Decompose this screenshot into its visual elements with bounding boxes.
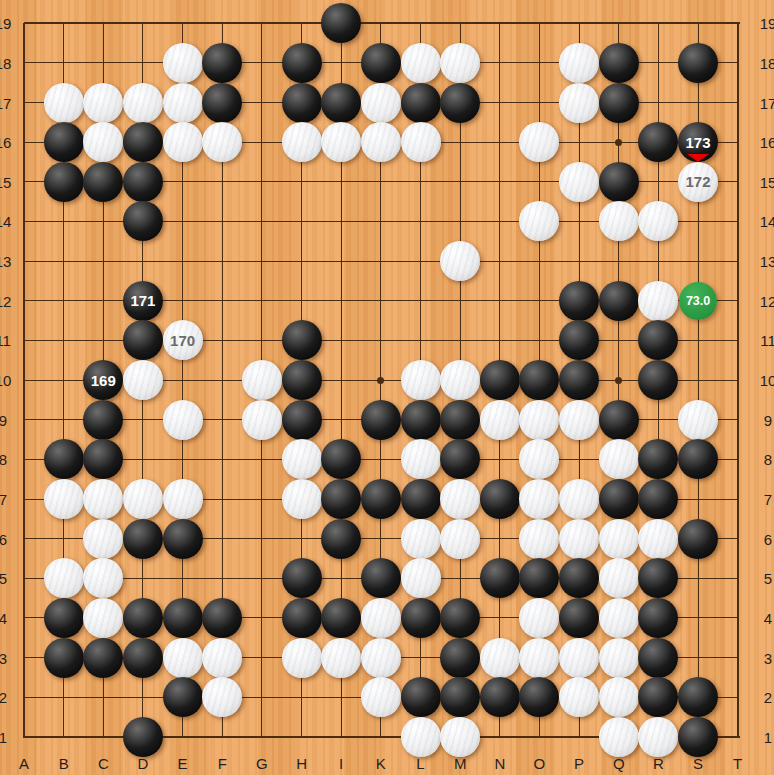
stone-I16[interactable] — [321, 122, 361, 162]
stone-M17[interactable] — [440, 83, 480, 123]
stone-D16[interactable] — [123, 122, 163, 162]
stone-M9[interactable] — [440, 400, 480, 440]
row-label-left: 11 — [0, 332, 11, 349]
row-label-right: 4 — [764, 609, 772, 626]
stone-N9[interactable] — [480, 400, 520, 440]
stone-R10[interactable] — [638, 360, 678, 400]
stone-D15[interactable] — [123, 162, 163, 202]
stone-K7[interactable] — [361, 479, 401, 519]
stone-E4[interactable] — [163, 598, 203, 638]
move-number: 172 — [686, 174, 711, 189]
stone-E16[interactable] — [163, 122, 203, 162]
stone-K16[interactable] — [361, 122, 401, 162]
stone-S8[interactable] — [678, 439, 718, 479]
stone-D17[interactable] — [123, 83, 163, 123]
row-label-left: 12 — [0, 292, 11, 309]
row-label-right: 5 — [764, 570, 772, 587]
stone-K9[interactable] — [361, 400, 401, 440]
stone-L8[interactable] — [401, 439, 441, 479]
stone-R14[interactable] — [638, 201, 678, 241]
stone-F2[interactable] — [202, 677, 242, 717]
stone-M18[interactable] — [440, 43, 480, 83]
score-marker-value: 73.0 — [686, 295, 710, 308]
stone-P17[interactable] — [559, 83, 599, 123]
stone-R4[interactable] — [638, 598, 678, 638]
stone-S9[interactable] — [678, 400, 718, 440]
stone-C9[interactable] — [83, 400, 123, 440]
stone-K2[interactable] — [361, 677, 401, 717]
stone-P5[interactable] — [559, 558, 599, 598]
stone-M10[interactable] — [440, 360, 480, 400]
column-label: S — [693, 755, 703, 772]
row-label-left: 14 — [0, 213, 11, 230]
stone-O16[interactable] — [519, 122, 559, 162]
stone-C8[interactable] — [83, 439, 123, 479]
stone-H9[interactable] — [282, 400, 322, 440]
stone-R2[interactable] — [638, 677, 678, 717]
row-label-right: 9 — [764, 411, 772, 428]
stone-P12[interactable] — [559, 281, 599, 321]
stone-M3[interactable] — [440, 638, 480, 678]
last-move-marker-icon — [687, 154, 709, 162]
stone-I8[interactable] — [321, 439, 361, 479]
row-label-right: 13 — [760, 253, 774, 270]
stone-C15[interactable] — [83, 162, 123, 202]
stone-Q18[interactable] — [599, 43, 639, 83]
column-label: N — [494, 755, 505, 772]
row-label-right: 15 — [760, 173, 774, 190]
stone-L2[interactable] — [401, 677, 441, 717]
column-label: L — [416, 755, 424, 772]
column-label: T — [733, 755, 742, 772]
stone-E6[interactable] — [163, 519, 203, 559]
move-number: 173 — [686, 135, 711, 150]
column-label: Q — [613, 755, 625, 772]
row-label-left: 3 — [0, 649, 7, 666]
stone-H5[interactable] — [282, 558, 322, 598]
stone-H11[interactable] — [282, 320, 322, 360]
stone-B8[interactable] — [44, 439, 84, 479]
stone-I7[interactable] — [321, 479, 361, 519]
stone-C6[interactable] — [83, 519, 123, 559]
stone-I6[interactable] — [321, 519, 361, 559]
stone-O14[interactable] — [519, 201, 559, 241]
stone-B16[interactable] — [44, 122, 84, 162]
stone-Q17[interactable] — [599, 83, 639, 123]
stone-F3[interactable] — [202, 638, 242, 678]
stone-E18[interactable] — [163, 43, 203, 83]
stone-D3[interactable] — [123, 638, 163, 678]
stone-R8[interactable] — [638, 439, 678, 479]
row-label-left: 2 — [0, 689, 7, 706]
stone-S6[interactable] — [678, 519, 718, 559]
stone-D4[interactable] — [123, 598, 163, 638]
row-label-left: 8 — [0, 451, 7, 468]
stone-I4[interactable] — [321, 598, 361, 638]
stone-F17[interactable] — [202, 83, 242, 123]
stone-L18[interactable] — [401, 43, 441, 83]
go-board[interactable]: 17317217117016973.0ABCDEFGHIKLMNOPQRST19… — [0, 0, 774, 775]
stone-Q2[interactable] — [599, 677, 639, 717]
row-label-left: 4 — [0, 609, 7, 626]
column-label: B — [59, 755, 69, 772]
stone-L10[interactable] — [401, 360, 441, 400]
stone-H4[interactable] — [282, 598, 322, 638]
stone-D1[interactable] — [123, 717, 163, 757]
row-label-right: 2 — [764, 689, 772, 706]
stone-C5[interactable] — [83, 558, 123, 598]
column-label: C — [98, 755, 109, 772]
row-label-right: 7 — [764, 491, 772, 508]
stone-O8[interactable] — [519, 439, 559, 479]
hoshi-dot — [377, 377, 384, 384]
stone-I17[interactable] — [321, 83, 361, 123]
grid-line — [24, 22, 740, 24]
stone-Q15[interactable] — [599, 162, 639, 202]
stone-P15[interactable] — [559, 162, 599, 202]
row-label-left: 10 — [0, 372, 11, 389]
stone-I3[interactable] — [321, 638, 361, 678]
stone-D6[interactable] — [123, 519, 163, 559]
stone-I19[interactable] — [321, 3, 361, 43]
stone-H3[interactable] — [282, 638, 322, 678]
row-label-left: 9 — [0, 411, 7, 428]
row-label-left: 18 — [0, 54, 11, 71]
stone-R5[interactable] — [638, 558, 678, 598]
stone-P18[interactable] — [559, 43, 599, 83]
row-label-right: 10 — [760, 372, 774, 389]
stone-E17[interactable] — [163, 83, 203, 123]
stone-L9[interactable] — [401, 400, 441, 440]
stone-O4[interactable] — [519, 598, 559, 638]
stone-K4[interactable] — [361, 598, 401, 638]
row-label-right: 12 — [760, 292, 774, 309]
stone-Q4[interactable] — [599, 598, 639, 638]
stone-S18[interactable] — [678, 43, 718, 83]
row-label-left: 5 — [0, 570, 7, 587]
stone-O6[interactable] — [519, 519, 559, 559]
stone-Q8[interactable] — [599, 439, 639, 479]
stone-E11[interactable]: 170 — [163, 320, 203, 360]
stone-F4[interactable] — [202, 598, 242, 638]
row-label-right: 11 — [760, 332, 774, 349]
stone-R11[interactable] — [638, 320, 678, 360]
stone-P7[interactable] — [559, 479, 599, 519]
row-label-left: 13 — [0, 253, 11, 270]
stone-P3[interactable] — [559, 638, 599, 678]
stone-S2[interactable] — [678, 677, 718, 717]
row-label-left: 16 — [0, 134, 11, 151]
stone-O3[interactable] — [519, 638, 559, 678]
stone-N5[interactable] — [480, 558, 520, 598]
row-label-right: 14 — [760, 213, 774, 230]
stone-P10[interactable] — [559, 360, 599, 400]
stone-O5[interactable] — [519, 558, 559, 598]
stone-O7[interactable] — [519, 479, 559, 519]
stone-M4[interactable] — [440, 598, 480, 638]
row-label-right: 8 — [764, 451, 772, 468]
stone-S16[interactable]: 173 — [678, 122, 718, 162]
move-number: 170 — [170, 333, 195, 348]
stone-G10[interactable] — [242, 360, 282, 400]
row-label-left: 1 — [0, 728, 7, 745]
stone-B5[interactable] — [44, 558, 84, 598]
stone-L1[interactable] — [401, 717, 441, 757]
stone-S1[interactable] — [678, 717, 718, 757]
column-label: R — [653, 755, 664, 772]
stone-H7[interactable] — [282, 479, 322, 519]
stone-Q1[interactable] — [599, 717, 639, 757]
stone-D11[interactable] — [123, 320, 163, 360]
stone-E9[interactable] — [163, 400, 203, 440]
row-label-right: 6 — [764, 530, 772, 547]
stone-N3[interactable] — [480, 638, 520, 678]
row-label-right: 1 — [764, 728, 772, 745]
stone-H10[interactable] — [282, 360, 322, 400]
move-number: 171 — [130, 293, 155, 308]
stone-D10[interactable] — [123, 360, 163, 400]
column-label: M — [454, 755, 467, 772]
stone-R12[interactable] — [638, 281, 678, 321]
row-label-left: 17 — [0, 94, 11, 111]
stone-P11[interactable] — [559, 320, 599, 360]
stone-P4[interactable] — [559, 598, 599, 638]
stone-F18[interactable] — [202, 43, 242, 83]
column-label: P — [574, 755, 584, 772]
stone-Q9[interactable] — [599, 400, 639, 440]
row-label-right: 18 — [760, 54, 774, 71]
row-label-right: 17 — [760, 94, 774, 111]
stone-M13[interactable] — [440, 241, 480, 281]
stone-N7[interactable] — [480, 479, 520, 519]
row-label-left: 6 — [0, 530, 7, 547]
column-label: O — [534, 755, 546, 772]
stone-F16[interactable] — [202, 122, 242, 162]
stone-M8[interactable] — [440, 439, 480, 479]
hoshi-dot — [615, 139, 622, 146]
column-label: K — [376, 755, 386, 772]
stone-K3[interactable] — [361, 638, 401, 678]
stone-L7[interactable] — [401, 479, 441, 519]
row-label-left: 15 — [0, 173, 11, 190]
column-label: G — [256, 755, 268, 772]
stone-C17[interactable] — [83, 83, 123, 123]
stone-E2[interactable] — [163, 677, 203, 717]
stone-D7[interactable] — [123, 479, 163, 519]
row-label-left: 7 — [0, 491, 7, 508]
stone-C7[interactable] — [83, 479, 123, 519]
stone-M7[interactable] — [440, 479, 480, 519]
stone-L6[interactable] — [401, 519, 441, 559]
stone-B15[interactable] — [44, 162, 84, 202]
row-label-left: 19 — [0, 15, 11, 32]
stone-K5[interactable] — [361, 558, 401, 598]
stone-N10[interactable] — [480, 360, 520, 400]
column-label: H — [296, 755, 307, 772]
column-label: D — [138, 755, 149, 772]
stone-L16[interactable] — [401, 122, 441, 162]
row-label-right: 19 — [760, 15, 774, 32]
stone-C4[interactable] — [83, 598, 123, 638]
stone-R6[interactable] — [638, 519, 678, 559]
stone-K17[interactable] — [361, 83, 401, 123]
stone-D14[interactable] — [123, 201, 163, 241]
column-label: E — [178, 755, 188, 772]
stone-H16[interactable] — [282, 122, 322, 162]
stone-C10[interactable]: 169 — [83, 360, 123, 400]
stone-N2[interactable] — [480, 677, 520, 717]
stone-P9[interactable] — [559, 400, 599, 440]
stone-S15[interactable]: 172 — [678, 162, 718, 202]
stone-B3[interactable] — [44, 638, 84, 678]
stone-G9[interactable] — [242, 400, 282, 440]
stone-R3[interactable] — [638, 638, 678, 678]
stone-M2[interactable] — [440, 677, 480, 717]
stone-Q7[interactable] — [599, 479, 639, 519]
stone-L17[interactable] — [401, 83, 441, 123]
stone-R7[interactable] — [638, 479, 678, 519]
grid-line — [24, 261, 739, 262]
stone-H17[interactable] — [282, 83, 322, 123]
column-label: I — [339, 755, 343, 772]
stone-B17[interactable] — [44, 83, 84, 123]
stone-P6[interactable] — [559, 519, 599, 559]
stone-O10[interactable] — [519, 360, 559, 400]
move-number: 169 — [91, 373, 116, 388]
stone-L4[interactable] — [401, 598, 441, 638]
stone-E3[interactable] — [163, 638, 203, 678]
stone-M1[interactable] — [440, 717, 480, 757]
stone-Q6[interactable] — [599, 519, 639, 559]
stone-C16[interactable] — [83, 122, 123, 162]
grid-line — [737, 23, 739, 738]
score-marker: 73.0 — [679, 282, 717, 320]
stone-B7[interactable] — [44, 479, 84, 519]
stone-O2[interactable] — [519, 677, 559, 717]
stone-E7[interactable] — [163, 479, 203, 519]
stone-K18[interactable] — [361, 43, 401, 83]
stone-O9[interactable] — [519, 400, 559, 440]
stone-B4[interactable] — [44, 598, 84, 638]
stone-Q5[interactable] — [599, 558, 639, 598]
stone-R1[interactable] — [638, 717, 678, 757]
row-label-right: 16 — [760, 134, 774, 151]
row-label-right: 3 — [764, 649, 772, 666]
stone-D12[interactable]: 171 — [123, 281, 163, 321]
stone-Q3[interactable] — [599, 638, 639, 678]
stone-L5[interactable] — [401, 558, 441, 598]
stone-Q12[interactable] — [599, 281, 639, 321]
stone-R16[interactable] — [638, 122, 678, 162]
stone-H18[interactable] — [282, 43, 322, 83]
stone-P2[interactable] — [559, 677, 599, 717]
hoshi-dot — [615, 377, 622, 384]
stone-H8[interactable] — [282, 439, 322, 479]
column-label: A — [19, 755, 29, 772]
stone-Q14[interactable] — [599, 201, 639, 241]
column-label: F — [218, 755, 227, 772]
stone-C3[interactable] — [83, 638, 123, 678]
stone-M6[interactable] — [440, 519, 480, 559]
